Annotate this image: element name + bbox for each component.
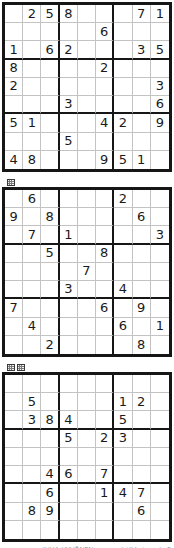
p3-cell-r3c3: 8 [41,411,59,429]
p3-cell-r9c7 [114,521,132,539]
p3-cell-r2c1 [5,393,23,411]
p1-cell-r5c1: 2 [5,78,23,96]
puzzle-1-section: 2587161623582233651429548951 [2,2,172,187]
p2-cell-r4c5 [78,245,96,263]
p3-cell-r3c4: 4 [60,411,78,429]
p1-cell-r4c5 [78,60,96,78]
sudoku-sheet: 2587161623582233651429548951 62986713587… [0,0,174,548]
p2-cell-r5c7 [114,263,132,281]
p1-cell-r2c4 [60,23,78,41]
difficulty-grid-icon [17,364,25,371]
p3-cell-r5c1 [5,448,23,466]
p1-cell-r2c7 [114,23,132,41]
p1-cell-r2c1 [5,23,23,41]
p1-cell-r8c3 [41,133,59,151]
p2-cell-r4c7 [114,245,132,263]
p2-cell-r7c3 [41,299,59,317]
p3-cell-r8c6 [96,503,114,521]
p2-cell-r7c6: 6 [96,299,114,317]
p1-cell-r3c1: 1 [5,41,23,59]
p3-cell-r1c9 [151,375,169,393]
p2-cell-r6c5 [78,281,96,299]
p2-cell-r2c7 [114,208,132,226]
p1-cell-r9c3 [41,151,59,169]
p3-cell-r7c3: 6 [41,484,59,502]
difficulty-grid-icon [7,179,15,186]
p3-cell-r2c6 [96,393,114,411]
p2-cell-r4c2 [23,245,41,263]
p3-cell-r1c7 [114,375,132,393]
p1-cell-r9c6: 9 [96,151,114,169]
p2-cell-r3c9: 3 [151,226,169,244]
puzzle-2-section: 629867135873476946128 [2,187,172,372]
p3-cell-r3c9 [151,411,169,429]
p1-cell-r9c2: 8 [23,151,41,169]
p2-cell-r9c2 [23,336,41,354]
p2-cell-r6c8 [133,281,151,299]
p2-cell-r8c6 [96,318,114,336]
p1-cell-r6c5 [78,96,96,114]
p2-cell-r1c7: 2 [114,190,132,208]
p1-cell-r4c1: 8 [5,60,23,78]
p3-cell-r4c1 [5,430,23,448]
p2-cell-r1c9 [151,190,169,208]
p3-cell-r9c8 [133,521,151,539]
p2-cell-r5c4 [60,263,78,281]
p1-cell-r7c3 [41,114,59,132]
p1-cell-r2c9 [151,23,169,41]
p1-cell-r3c4: 2 [60,41,78,59]
p1-cell-r3c8: 3 [133,41,151,59]
p1-cell-r5c6 [96,78,114,96]
p2-cell-r8c9: 1 [151,318,169,336]
p3-cell-r1c2 [23,375,41,393]
p2-cell-r4c3: 5 [41,245,59,263]
p1-cell-r9c9 [151,151,169,169]
p2-cell-r1c1 [5,190,23,208]
p2-cell-r6c4: 3 [60,281,78,299]
p2-cell-r4c8 [133,245,151,263]
p2-cell-r2c2 [23,208,41,226]
p2-cell-r9c4 [60,336,78,354]
p2-cell-r9c1 [5,336,23,354]
p1-cell-r3c2 [23,41,41,59]
p3-cell-r3c6 [96,411,114,429]
p2-cell-r1c3 [41,190,59,208]
p1-cell-r8c7 [114,133,132,151]
p1-cell-r9c7: 5 [114,151,132,169]
p3-cell-r3c1 [5,411,23,429]
p2-cell-r7c8: 9 [133,299,151,317]
p2-cell-r8c3 [41,318,59,336]
p3-cell-r9c4 [60,521,78,539]
p2-cell-r9c9 [151,336,169,354]
p3-cell-r1c6 [96,375,114,393]
p3-cell-r3c7: 5 [114,411,132,429]
p1-cell-r4c9 [151,60,169,78]
difficulty-icons-2 [7,356,27,375]
p1-cell-r6c9: 6 [151,96,169,114]
p2-cell-r3c7 [114,226,132,244]
p3-cell-r9c6 [96,521,114,539]
p2-cell-r3c4: 1 [60,226,78,244]
p3-cell-r8c8: 6 [133,503,151,521]
p1-cell-r7c8 [133,114,151,132]
p3-cell-r4c2 [23,430,41,448]
p3-cell-r3c2: 3 [23,411,41,429]
p3-cell-r2c7: 1 [114,393,132,411]
p3-cell-r4c9 [151,430,169,448]
p3-cell-r7c9 [151,484,169,502]
p3-cell-r8c5 [78,503,96,521]
p1-cell-r9c4 [60,151,78,169]
p3-cell-r2c2: 5 [23,393,41,411]
p2-cell-r8c1 [5,318,23,336]
p3-cell-r8c7 [114,503,132,521]
p1-cell-r7c9: 9 [151,114,169,132]
p1-cell-r2c6: 6 [96,23,114,41]
p3-cell-r7c4 [60,484,78,502]
p1-cell-r5c8 [133,78,151,96]
p1-cell-r1c3: 5 [41,5,59,23]
p2-cell-r3c5 [78,226,96,244]
p2-cell-r2c8: 6 [133,208,151,226]
difficulty-icons-1 [7,171,17,190]
p2-cell-r5c2 [23,263,41,281]
p1-cell-r7c6: 4 [96,114,114,132]
p1-cell-r5c9: 3 [151,78,169,96]
p1-cell-r3c7 [114,41,132,59]
p3-cell-r7c5 [78,484,96,502]
p2-cell-r7c9 [151,299,169,317]
p1-cell-r2c2 [23,23,41,41]
p1-cell-r9c8: 1 [133,151,151,169]
p3-cell-r4c7: 3 [114,430,132,448]
p1-cell-r5c7 [114,78,132,96]
p3-cell-r5c4 [60,448,78,466]
p2-cell-r4c4 [60,245,78,263]
p3-cell-r7c1 [5,484,23,502]
p3-cell-r1c1 [5,375,23,393]
p3-cell-r1c5 [78,375,96,393]
p2-cell-r2c4 [60,208,78,226]
p3-cell-r9c2 [23,521,41,539]
p3-cell-r9c9 [151,521,169,539]
p3-cell-r4c5 [78,430,96,448]
p2-cell-r8c8 [133,318,151,336]
p3-cell-r6c4: 6 [60,466,78,484]
p3-cell-r9c1 [5,521,23,539]
p1-cell-r8c1 [5,133,23,151]
p3-cell-r2c9 [151,393,169,411]
p1-cell-r9c5 [78,151,96,169]
p1-cell-r7c4 [60,114,78,132]
p3-cell-r7c7: 4 [114,484,132,502]
p3-cell-r6c1 [5,466,23,484]
p3-cell-r6c9 [151,466,169,484]
p1-cell-r6c4: 3 [60,96,78,114]
p2-cell-r6c7: 4 [114,281,132,299]
p1-cell-r1c2: 2 [23,5,41,23]
p2-cell-r3c3 [41,226,59,244]
p2-cell-r5c5: 7 [78,263,96,281]
p2-cell-r6c9 [151,281,169,299]
p2-cell-r6c6 [96,281,114,299]
p2-cell-r5c3 [41,263,59,281]
p1-cell-r3c3: 6 [41,41,59,59]
p3-cell-r1c8 [133,375,151,393]
p1-cell-r6c8 [133,96,151,114]
p2-cell-r8c7: 6 [114,318,132,336]
p2-cell-r1c2: 6 [23,190,41,208]
p1-cell-r6c2 [23,96,41,114]
p1-cell-r5c2 [23,78,41,96]
p1-cell-r5c4 [60,78,78,96]
p1-cell-r6c7 [114,96,132,114]
difficulty-grid-icon [7,364,15,371]
p1-cell-r8c5 [78,133,96,151]
p2-cell-r2c6 [96,208,114,226]
p1-cell-r4c3 [41,60,59,78]
p2-cell-r8c5 [78,318,96,336]
p2-cell-r7c2 [23,299,41,317]
p3-cell-r2c8: 2 [133,393,151,411]
p2-cell-r6c3 [41,281,59,299]
p3-cell-r3c5 [78,411,96,429]
puzzle-2-difficulty-row [2,357,172,372]
puzzle-3-difficulty-row: JUHA HYVÖNEN • www.ristikkotuomio.fi [2,542,172,548]
p1-cell-r1c9: 1 [151,5,169,23]
p3-cell-r8c9 [151,503,169,521]
p1-cell-r4c4 [60,60,78,78]
p2-cell-r6c1 [5,281,23,299]
p1-cell-r1c1 [5,5,23,23]
p3-cell-r5c5 [78,448,96,466]
p3-cell-r4c3 [41,430,59,448]
p3-cell-r8c1 [5,503,23,521]
p3-cell-r6c6: 7 [96,466,114,484]
p2-cell-r5c6 [96,263,114,281]
p1-cell-r5c3 [41,78,59,96]
p3-cell-r2c4 [60,393,78,411]
p3-cell-r4c8 [133,430,151,448]
p3-cell-r8c3: 9 [41,503,59,521]
p3-cell-r7c2 [23,484,41,502]
p2-cell-r1c8 [133,190,151,208]
p1-cell-r7c1: 5 [5,114,23,132]
p2-cell-r2c3: 8 [41,208,59,226]
p2-cell-r2c5 [78,208,96,226]
p3-cell-r8c2: 8 [23,503,41,521]
p1-cell-r7c7: 2 [114,114,132,132]
p2-cell-r1c4 [60,190,78,208]
p3-cell-r5c7 [114,448,132,466]
p3-cell-r9c3 [41,521,59,539]
p2-cell-r9c8: 8 [133,336,151,354]
p1-cell-r2c8 [133,23,151,41]
p1-cell-r4c8 [133,60,151,78]
p3-cell-r6c2 [23,466,41,484]
p2-cell-r9c5 [78,336,96,354]
p1-cell-r6c3 [41,96,59,114]
p1-cell-r2c5 [78,23,96,41]
p2-cell-r9c7 [114,336,132,354]
p2-cell-r4c9 [151,245,169,263]
p1-cell-r8c9 [151,133,169,151]
p3-cell-r8c4 [60,503,78,521]
p2-cell-r6c2 [23,281,41,299]
p2-cell-r3c6 [96,226,114,244]
p1-cell-r4c2 [23,60,41,78]
p1-cell-r1c7 [114,5,132,23]
p2-cell-r7c4 [60,299,78,317]
p2-cell-r5c1 [5,263,23,281]
p3-cell-r7c6: 1 [96,484,114,502]
p3-cell-r6c3: 4 [41,466,59,484]
p3-cell-r6c7 [114,466,132,484]
p3-cell-r1c3 [41,375,59,393]
p1-cell-r1c5 [78,5,96,23]
p1-cell-r1c4: 8 [60,5,78,23]
p3-cell-r9c5 [78,521,96,539]
p3-cell-r4c4: 5 [60,430,78,448]
p2-cell-r4c6: 8 [96,245,114,263]
sudoku-board-2: 629867135873476946128 [2,187,172,357]
p1-cell-r3c6 [96,41,114,59]
p1-cell-r2c3 [41,23,59,41]
p2-cell-r7c7 [114,299,132,317]
p3-cell-r7c8: 7 [133,484,151,502]
p1-cell-r1c8: 7 [133,5,151,23]
p1-cell-r9c1: 4 [5,151,23,169]
p1-cell-r4c7 [114,60,132,78]
p1-cell-r8c4: 5 [60,133,78,151]
p3-cell-r5c9 [151,448,169,466]
p2-cell-r5c8 [133,263,151,281]
p3-cell-r3c8 [133,411,151,429]
p3-cell-r2c5 [78,393,96,411]
p2-cell-r2c1: 9 [5,208,23,226]
p1-cell-r4c6: 2 [96,60,114,78]
p2-cell-r8c4 [60,318,78,336]
p1-cell-r3c9: 5 [151,41,169,59]
p2-cell-r7c5 [78,299,96,317]
p2-cell-r9c3: 2 [41,336,59,354]
p3-cell-r6c5 [78,466,96,484]
p3-cell-r2c3 [41,393,59,411]
p2-cell-r7c1: 7 [5,299,23,317]
p1-cell-r7c2: 1 [23,114,41,132]
p1-cell-r3c5 [78,41,96,59]
p2-cell-r3c1 [5,226,23,244]
p2-cell-r3c2: 7 [23,226,41,244]
p1-cell-r8c6 [96,133,114,151]
p1-cell-r7c5 [78,114,96,132]
p3-cell-r1c4 [60,375,78,393]
p3-cell-r5c8 [133,448,151,466]
sudoku-board-1: 2587161623582233651429548951 [2,2,172,172]
p1-cell-r5c5 [78,78,96,96]
p2-cell-r4c1 [5,245,23,263]
p1-cell-r8c2 [23,133,41,151]
p2-cell-r2c9 [151,208,169,226]
p1-cell-r8c8 [133,133,151,151]
p3-cell-r6c8 [133,466,151,484]
p2-cell-r1c5 [78,190,96,208]
p2-cell-r1c6 [96,190,114,208]
p3-cell-r5c2 [23,448,41,466]
p3-cell-r5c3 [41,448,59,466]
puzzle-1-difficulty-row [2,172,172,187]
p2-cell-r5c9 [151,263,169,281]
p1-cell-r6c1 [5,96,23,114]
p2-cell-r8c2: 4 [23,318,41,336]
p1-cell-r1c6 [96,5,114,23]
puzzle-3-section: 51238455234676147896 JUHA HYVÖNEN • www.… [2,372,172,548]
difficulty-icons-3 [7,541,37,548]
p2-cell-r9c6 [96,336,114,354]
p3-cell-r4c6: 2 [96,430,114,448]
sudoku-board-3: 51238455234676147896 [2,372,172,542]
p1-cell-r6c6 [96,96,114,114]
p3-cell-r5c6 [96,448,114,466]
p2-cell-r3c8 [133,226,151,244]
